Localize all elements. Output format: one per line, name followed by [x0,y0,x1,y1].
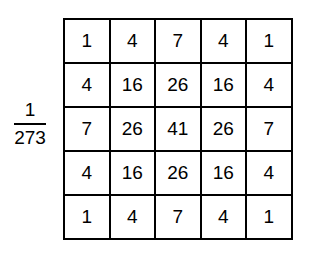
kernel-cell-r4c2: 7 [155,195,201,239]
kernel-cell-r4c3: 4 [201,195,247,239]
kernel-cell-r1c1: 16 [110,63,156,107]
kernel-cell-r0c3: 4 [201,19,247,63]
kernel-cell-r3c3: 16 [201,151,247,195]
kernel-cell-r0c2: 7 [155,19,201,63]
kernel-cell-r2c4: 7 [246,107,292,151]
kernel-cell-r0c4: 1 [246,19,292,63]
kernel-grid: 1 4 7 4 1 4 16 26 16 4 7 26 41 26 7 4 16… [63,18,293,240]
kernel-cell-r3c2: 26 [155,151,201,195]
kernel-cell-r0c1: 4 [110,19,156,63]
fraction-denominator: 273 [7,127,53,149]
kernel-cell-r2c0: 7 [64,107,110,151]
kernel-cell-r3c4: 4 [246,151,292,195]
kernel-cell-r1c0: 4 [64,63,110,107]
kernel-cell-r3c1: 16 [110,151,156,195]
kernel-cell-r1c3: 16 [201,63,247,107]
kernel-cell-r4c4: 1 [246,195,292,239]
kernel-cell-r1c2: 26 [155,63,201,107]
kernel-cell-r2c2: 41 [155,107,201,151]
kernel-diagram: 1 273 1 4 7 4 1 4 16 26 16 4 7 26 41 26 … [0,0,313,257]
normalization-fraction: 1 273 [7,99,53,149]
kernel-cell-r4c0: 1 [64,195,110,239]
kernel-cell-r2c1: 26 [110,107,156,151]
kernel-cell-r3c0: 4 [64,151,110,195]
kernel-cell-r0c0: 1 [64,19,110,63]
fraction-numerator: 1 [7,99,53,121]
kernel-cell-r1c4: 4 [246,63,292,107]
kernel-cell-r2c3: 26 [201,107,247,151]
fraction-bar [14,123,46,125]
kernel-cell-r4c1: 4 [110,195,156,239]
